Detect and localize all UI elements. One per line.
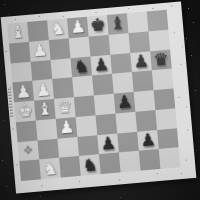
square[interactable]: ♟ bbox=[56, 117, 78, 138]
white-knight[interactable]: ♞ bbox=[47, 18, 69, 39]
white-pawn[interactable]: ♟ bbox=[29, 40, 51, 61]
square[interactable] bbox=[127, 11, 149, 32]
square[interactable]: ♛ bbox=[54, 97, 76, 118]
square[interactable]: ♝ bbox=[34, 99, 56, 120]
square[interactable] bbox=[59, 156, 81, 177]
square[interactable]: ❖ bbox=[18, 140, 40, 161]
white-pawn[interactable]: ♟ bbox=[32, 79, 54, 100]
background-noise bbox=[0, 0, 1, 1]
square[interactable] bbox=[132, 70, 154, 91]
board-logo: ❖ bbox=[18, 140, 40, 161]
square[interactable] bbox=[117, 131, 139, 152]
white-bishop[interactable]: ♝ bbox=[7, 22, 29, 43]
square[interactable] bbox=[27, 20, 49, 41]
square[interactable]: ♟ bbox=[97, 133, 119, 154]
square[interactable]: ♞ bbox=[47, 18, 69, 39]
square[interactable]: ♟ bbox=[67, 17, 89, 38]
square[interactable] bbox=[96, 113, 118, 134]
square[interactable] bbox=[157, 128, 179, 149]
black-queen[interactable]: ♛ bbox=[150, 49, 172, 70]
black-pawn[interactable]: ♟ bbox=[90, 54, 112, 75]
square[interactable]: ♝ bbox=[7, 22, 29, 43]
square[interactable] bbox=[11, 61, 33, 82]
square[interactable] bbox=[19, 160, 41, 181]
square[interactable] bbox=[94, 94, 116, 115]
white-knight[interactable]: ♞ bbox=[39, 158, 61, 179]
square[interactable] bbox=[37, 138, 59, 159]
square[interactable] bbox=[155, 108, 177, 129]
square[interactable]: ♞ bbox=[79, 154, 101, 175]
white-king[interactable]: ♚ bbox=[14, 101, 36, 122]
square[interactable]: ♚ bbox=[14, 101, 36, 122]
black-king[interactable]: ♚ bbox=[87, 15, 109, 36]
square[interactable] bbox=[148, 29, 170, 50]
white-pawn[interactable]: ♟ bbox=[67, 17, 89, 38]
chess-board: ♝♞♟♚♝♟♞♟♟♛♟♟♚♝♛♟♟❖♟♟♞♞ bbox=[1, 1, 197, 193]
square[interactable] bbox=[52, 77, 74, 98]
black-bishop[interactable]: ♝ bbox=[107, 13, 129, 34]
square[interactable] bbox=[109, 33, 131, 54]
square[interactable] bbox=[74, 95, 96, 116]
square[interactable] bbox=[51, 58, 73, 79]
white-pawn[interactable]: ♟ bbox=[56, 117, 78, 138]
square[interactable] bbox=[9, 42, 31, 63]
square[interactable] bbox=[128, 31, 150, 52]
square[interactable] bbox=[134, 90, 156, 111]
square[interactable] bbox=[119, 151, 141, 172]
square[interactable] bbox=[76, 115, 98, 136]
square[interactable] bbox=[154, 88, 176, 109]
square[interactable] bbox=[31, 60, 53, 81]
square[interactable] bbox=[147, 10, 169, 31]
square[interactable] bbox=[77, 135, 99, 156]
black-pawn[interactable]: ♟ bbox=[130, 51, 152, 72]
square[interactable] bbox=[112, 72, 134, 93]
square[interactable]: ♟ bbox=[137, 130, 159, 151]
square[interactable]: ♞ bbox=[39, 158, 61, 179]
square[interactable] bbox=[92, 74, 114, 95]
square[interactable] bbox=[36, 119, 58, 140]
black-pawn[interactable]: ♟ bbox=[137, 130, 159, 151]
white-bishop[interactable]: ♝ bbox=[34, 99, 56, 120]
square[interactable] bbox=[139, 149, 161, 170]
square[interactable]: ♚ bbox=[87, 15, 109, 36]
square[interactable] bbox=[49, 38, 71, 59]
square[interactable]: ♟ bbox=[90, 54, 112, 75]
white-queen[interactable]: ♛ bbox=[54, 97, 76, 118]
square[interactable]: ♟ bbox=[130, 51, 152, 72]
square[interactable] bbox=[69, 36, 91, 57]
square[interactable] bbox=[110, 53, 132, 74]
square[interactable]: ♝ bbox=[107, 13, 129, 34]
square[interactable] bbox=[135, 110, 157, 131]
square[interactable] bbox=[89, 35, 111, 56]
board-border-noise bbox=[1, 17, 2, 18]
square[interactable]: ♟ bbox=[114, 92, 136, 113]
photo-scene: ♝♞♟♚♝♟♞♟♟♛♟♟♚♝♛♟♟❖♟♟♞♞ bbox=[0, 0, 200, 200]
square[interactable] bbox=[159, 147, 181, 168]
board-grid: ♝♞♟♚♝♟♞♟♟♛♟♟♚♝♛♟♟❖♟♟♞♞ bbox=[7, 10, 180, 181]
black-pawn[interactable]: ♟ bbox=[97, 133, 119, 154]
square[interactable]: ♟ bbox=[32, 79, 54, 100]
square[interactable] bbox=[99, 153, 121, 174]
square[interactable]: ♛ bbox=[150, 49, 172, 70]
square[interactable]: ♟ bbox=[29, 40, 51, 61]
square[interactable]: ♟ bbox=[12, 81, 34, 102]
square[interactable] bbox=[57, 136, 79, 157]
square[interactable] bbox=[16, 120, 38, 141]
square[interactable]: ♞ bbox=[70, 56, 92, 77]
black-knight[interactable]: ♞ bbox=[79, 154, 101, 175]
square[interactable] bbox=[115, 112, 137, 133]
square[interactable] bbox=[72, 76, 94, 97]
white-pawn[interactable]: ♟ bbox=[12, 81, 34, 102]
black-knight[interactable]: ♞ bbox=[70, 56, 92, 77]
square[interactable] bbox=[152, 69, 174, 90]
black-pawn[interactable]: ♟ bbox=[114, 92, 136, 113]
